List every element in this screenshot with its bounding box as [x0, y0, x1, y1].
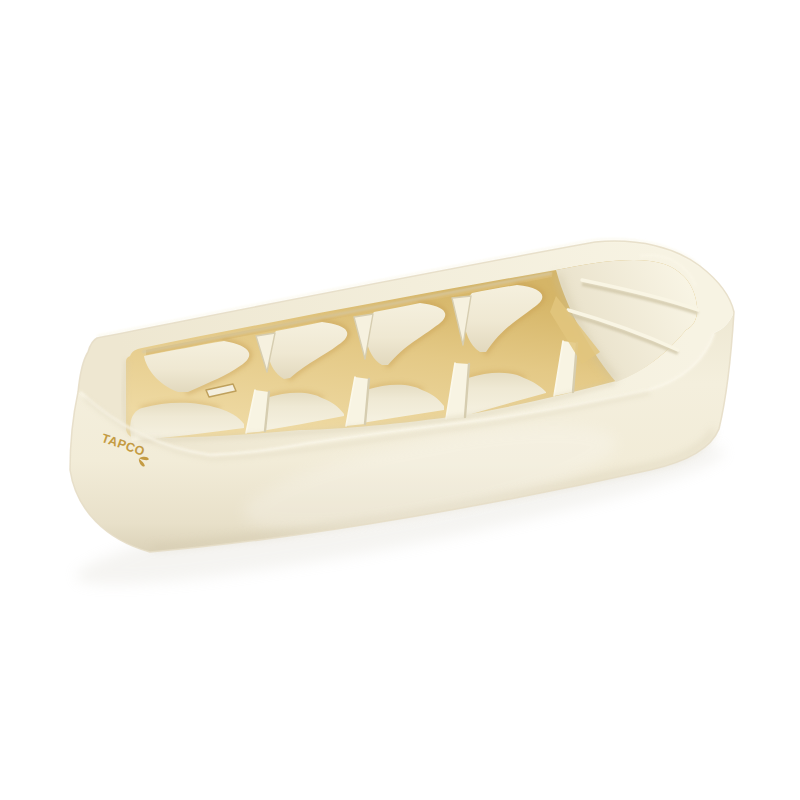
- cutlery-tray-photo: TAPCO: [0, 0, 800, 800]
- tray: TAPCO: [70, 239, 734, 552]
- product-photo-canvas: TAPCO: [0, 0, 800, 800]
